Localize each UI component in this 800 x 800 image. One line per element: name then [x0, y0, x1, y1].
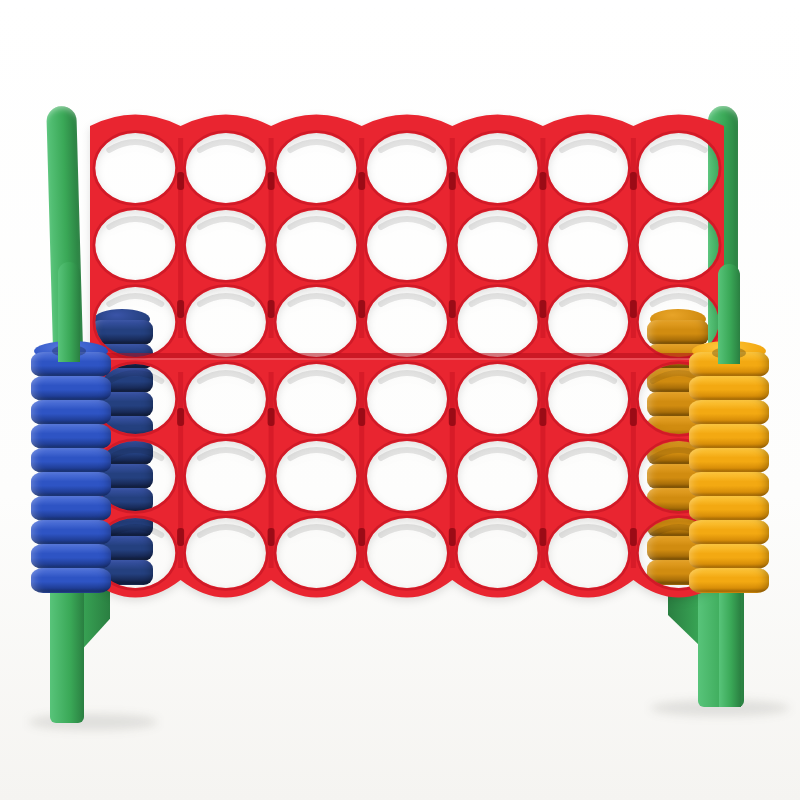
cell-a5[interactable]: [90, 210, 181, 287]
cell-f1[interactable]: [543, 518, 634, 595]
board-grid: [90, 133, 724, 595]
cell-e6[interactable]: [452, 133, 543, 210]
cell-e2[interactable]: [452, 441, 543, 518]
disc-yellow[interactable]: [689, 400, 769, 425]
disc-tray-front-left[interactable]: [31, 352, 111, 594]
disc-blue[interactable]: [31, 544, 111, 569]
disc-post-right[interactable]: [718, 264, 740, 364]
disc-yellow[interactable]: [689, 520, 769, 545]
cell-d5[interactable]: [362, 210, 453, 287]
cell-b3[interactable]: [181, 364, 272, 441]
cell-e3[interactable]: [452, 364, 543, 441]
floor-shadow-left: [28, 714, 158, 730]
disc-blue[interactable]: [31, 400, 111, 425]
cell-e1[interactable]: [452, 518, 543, 595]
cell-g5[interactable]: [633, 210, 724, 287]
disc-blue[interactable]: [31, 472, 111, 497]
disc-yellow[interactable]: [689, 472, 769, 497]
product-photo-scene: Jumbo free-standing Connect Four (4-in-a…: [0, 0, 800, 800]
disc-blue[interactable]: [31, 568, 111, 593]
disc-tray-front-right[interactable]: [689, 352, 769, 594]
disc-yellow[interactable]: [689, 376, 769, 401]
disc-blue[interactable]: [31, 496, 111, 521]
cell-c2[interactable]: [271, 441, 362, 518]
cell-b6[interactable]: [181, 133, 272, 210]
cell-d2[interactable]: [362, 441, 453, 518]
disc-yellow[interactable]: [689, 448, 769, 473]
cell-a6[interactable]: [90, 133, 181, 210]
cell-c6[interactable]: [271, 133, 362, 210]
cell-b4[interactable]: [181, 287, 272, 364]
disc-blue[interactable]: [31, 520, 111, 545]
disc-post-right-lower: [719, 580, 741, 707]
cell-d3[interactable]: [362, 364, 453, 441]
disc-post-left[interactable]: [58, 262, 80, 362]
disc-blue[interactable]: [31, 448, 111, 473]
cell-f5[interactable]: [543, 210, 634, 287]
cell-d6[interactable]: [362, 133, 453, 210]
frame-leg-left: [50, 590, 84, 723]
cell-g6[interactable]: [633, 133, 724, 210]
cell-c1[interactable]: [271, 518, 362, 595]
disc-blue[interactable]: [31, 376, 111, 401]
cell-d4[interactable]: [362, 287, 453, 364]
disc-yellow[interactable]: [689, 544, 769, 569]
cell-b2[interactable]: [181, 441, 272, 518]
disc-blue[interactable]: [31, 424, 111, 449]
disc-yellow[interactable]: [689, 496, 769, 521]
cell-e4[interactable]: [452, 287, 543, 364]
cell-f4[interactable]: [543, 287, 634, 364]
cell-f2[interactable]: [543, 441, 634, 518]
cell-b1[interactable]: [181, 518, 272, 595]
disc-yellow[interactable]: [689, 568, 769, 593]
cell-f6[interactable]: [543, 133, 634, 210]
cell-f3[interactable]: [543, 364, 634, 441]
cell-c4[interactable]: [271, 287, 362, 364]
disc-yellow[interactable]: [689, 424, 769, 449]
connect4-board: [90, 110, 724, 602]
cell-d1[interactable]: [362, 518, 453, 595]
cell-c3[interactable]: [271, 364, 362, 441]
cell-b5[interactable]: [181, 210, 272, 287]
cell-e5[interactable]: [452, 210, 543, 287]
cell-c5[interactable]: [271, 210, 362, 287]
